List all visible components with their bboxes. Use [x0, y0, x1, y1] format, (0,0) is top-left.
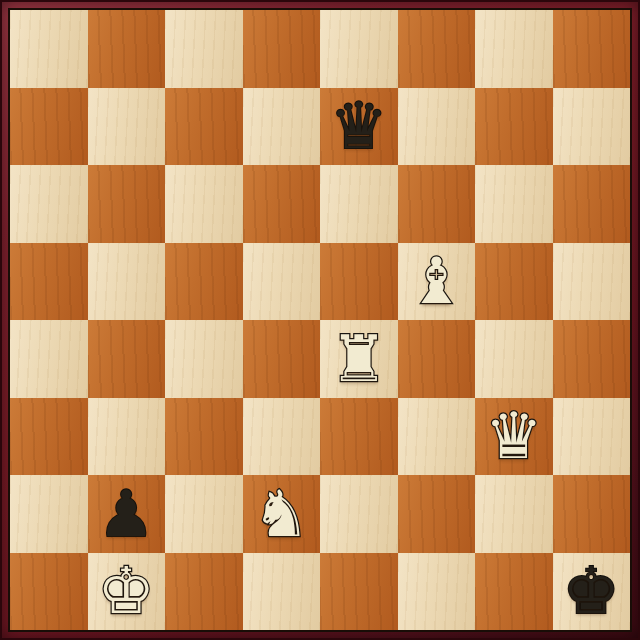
square-d5[interactable] [243, 243, 321, 321]
white-queen[interactable]: ♛ [475, 398, 553, 476]
square-d3[interactable] [243, 398, 321, 476]
square-c1[interactable] [165, 553, 243, 631]
square-h8[interactable] [553, 10, 631, 88]
square-b2[interactable]: ♟ [88, 475, 166, 553]
square-g6[interactable] [475, 165, 553, 243]
square-b3[interactable] [88, 398, 166, 476]
square-c3[interactable] [165, 398, 243, 476]
square-a6[interactable] [10, 165, 88, 243]
square-h4[interactable] [553, 320, 631, 398]
square-e4[interactable]: ♜ [320, 320, 398, 398]
square-f8[interactable] [398, 10, 476, 88]
square-d4[interactable] [243, 320, 321, 398]
square-b7[interactable] [88, 88, 166, 166]
square-e8[interactable] [320, 10, 398, 88]
square-b6[interactable] [88, 165, 166, 243]
square-c6[interactable] [165, 165, 243, 243]
square-g5[interactable] [475, 243, 553, 321]
square-a3[interactable] [10, 398, 88, 476]
square-b8[interactable] [88, 10, 166, 88]
square-a1[interactable] [10, 553, 88, 631]
square-d7[interactable] [243, 88, 321, 166]
square-a5[interactable] [10, 243, 88, 321]
square-d6[interactable] [243, 165, 321, 243]
square-b5[interactable] [88, 243, 166, 321]
square-e1[interactable] [320, 553, 398, 631]
square-c8[interactable] [165, 10, 243, 88]
black-pawn[interactable]: ♟ [88, 475, 166, 553]
square-f7[interactable] [398, 88, 476, 166]
square-h5[interactable] [553, 243, 631, 321]
square-c4[interactable] [165, 320, 243, 398]
square-g2[interactable] [475, 475, 553, 553]
square-e6[interactable] [320, 165, 398, 243]
chess-board: ♛♝♜♛♟♞♚♚ [8, 8, 632, 632]
square-e3[interactable] [320, 398, 398, 476]
square-f6[interactable] [398, 165, 476, 243]
square-d1[interactable] [243, 553, 321, 631]
square-g4[interactable] [475, 320, 553, 398]
square-c7[interactable] [165, 88, 243, 166]
board-frame: ♛♝♜♛♟♞♚♚ [0, 0, 640, 640]
black-queen[interactable]: ♛ [320, 88, 398, 166]
square-h3[interactable] [553, 398, 631, 476]
square-g8[interactable] [475, 10, 553, 88]
square-g3[interactable]: ♛ [475, 398, 553, 476]
white-rook[interactable]: ♜ [320, 320, 398, 398]
square-a4[interactable] [10, 320, 88, 398]
square-a7[interactable] [10, 88, 88, 166]
square-h1[interactable]: ♚ [553, 553, 631, 631]
square-e2[interactable] [320, 475, 398, 553]
white-knight[interactable]: ♞ [243, 475, 321, 553]
square-d2[interactable]: ♞ [243, 475, 321, 553]
square-f1[interactable] [398, 553, 476, 631]
square-h2[interactable] [553, 475, 631, 553]
square-b4[interactable] [88, 320, 166, 398]
square-g1[interactable] [475, 553, 553, 631]
square-f4[interactable] [398, 320, 476, 398]
square-e5[interactable] [320, 243, 398, 321]
white-bishop[interactable]: ♝ [398, 243, 476, 321]
square-e7[interactable]: ♛ [320, 88, 398, 166]
square-g7[interactable] [475, 88, 553, 166]
square-f5[interactable]: ♝ [398, 243, 476, 321]
square-f3[interactable] [398, 398, 476, 476]
square-a2[interactable] [10, 475, 88, 553]
black-king[interactable]: ♚ [553, 553, 631, 631]
white-king[interactable]: ♚ [88, 553, 166, 631]
square-a8[interactable] [10, 10, 88, 88]
square-d8[interactable] [243, 10, 321, 88]
square-c5[interactable] [165, 243, 243, 321]
square-c2[interactable] [165, 475, 243, 553]
square-b1[interactable]: ♚ [88, 553, 166, 631]
square-h7[interactable] [553, 88, 631, 166]
square-f2[interactable] [398, 475, 476, 553]
square-h6[interactable] [553, 165, 631, 243]
